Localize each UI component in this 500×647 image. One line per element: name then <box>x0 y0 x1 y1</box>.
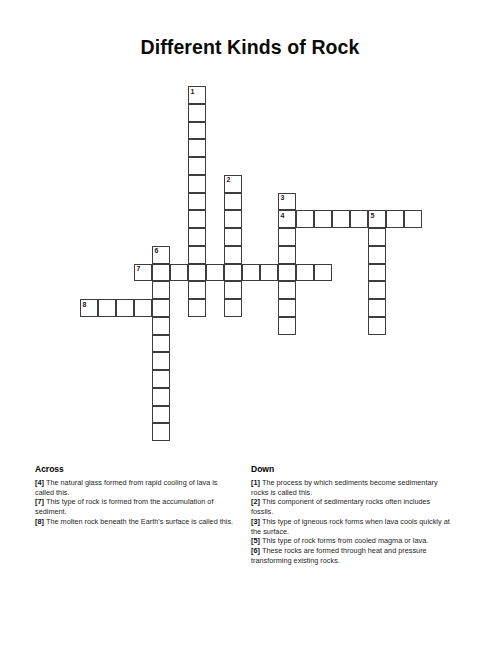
grid-cell[interactable] <box>260 264 278 282</box>
grid-cell[interactable] <box>368 281 386 299</box>
grid-cell[interactable] <box>188 299 206 317</box>
clue-item: [2] This component of sedimentary rocks … <box>251 497 473 516</box>
grid-cell[interactable] <box>314 264 332 282</box>
grid-cell[interactable] <box>152 299 170 317</box>
grid-cell[interactable] <box>368 317 386 335</box>
grid-cell[interactable] <box>278 317 296 335</box>
grid-cell[interactable] <box>188 210 206 228</box>
grid-cell[interactable]: 8 <box>80 299 98 317</box>
grid-cell[interactable]: 2 <box>224 175 242 193</box>
page: Different Kinds of Rock 12345678 Across … <box>0 0 500 647</box>
grid-cell[interactable] <box>98 299 116 317</box>
clue-item-number: [8] <box>35 517 46 526</box>
grid-cell[interactable] <box>152 281 170 299</box>
clue-item: [4] The natural glass formed from rapid … <box>35 478 247 497</box>
across-header: Across <box>35 464 247 474</box>
grid-cell[interactable] <box>188 157 206 175</box>
down-clues: Down [1] The process by which sediments … <box>251 464 473 565</box>
grid-cell[interactable] <box>188 264 206 282</box>
grid-cell[interactable] <box>152 352 170 370</box>
grid-cell[interactable] <box>152 264 170 282</box>
grid-cell[interactable] <box>224 246 242 264</box>
clue-number: 1 <box>191 88 195 95</box>
grid-cell[interactable] <box>206 264 224 282</box>
grid-cell[interactable] <box>152 335 170 353</box>
grid-cell[interactable] <box>152 406 170 424</box>
grid-cell[interactable] <box>350 210 368 228</box>
grid-cell[interactable] <box>242 264 260 282</box>
grid-cell[interactable] <box>224 299 242 317</box>
grid-cell[interactable] <box>332 210 350 228</box>
grid-cell[interactable] <box>404 210 422 228</box>
grid-cell[interactable] <box>368 264 386 282</box>
grid-cell[interactable] <box>152 388 170 406</box>
grid-cell[interactable] <box>188 104 206 122</box>
grid-cell[interactable] <box>188 122 206 140</box>
grid-cell[interactable] <box>188 246 206 264</box>
clue-number: 2 <box>227 176 231 183</box>
clue-item-number: [3] <box>251 517 262 526</box>
grid-cell[interactable] <box>224 193 242 211</box>
clue-item-number: [1] <box>251 478 262 487</box>
grid-cell[interactable] <box>296 264 314 282</box>
clue-item-number: [6] <box>251 546 262 555</box>
grid-cell[interactable] <box>224 210 242 228</box>
grid-cell[interactable] <box>188 175 206 193</box>
grid-cell[interactable] <box>152 317 170 335</box>
grid-cell[interactable] <box>188 139 206 157</box>
grid-cell[interactable]: 1 <box>188 86 206 104</box>
page-title: Different Kinds of Rock <box>0 36 500 59</box>
grid-cell[interactable] <box>116 299 134 317</box>
down-header: Down <box>251 464 473 474</box>
crossword-grid: 12345678 <box>80 86 422 441</box>
grid-cell[interactable] <box>368 246 386 264</box>
down-list: [1] The process by which sediments becom… <box>251 478 473 565</box>
grid-cell[interactable]: 5 <box>368 210 386 228</box>
clue-item: [1] The process by which sediments becom… <box>251 478 473 497</box>
clue-number: 6 <box>155 247 159 254</box>
grid-cell[interactable] <box>134 299 152 317</box>
clue-item-number: [7] <box>35 497 46 506</box>
grid-cell[interactable] <box>296 210 314 228</box>
grid-cell[interactable]: 7 <box>134 264 152 282</box>
grid-cell[interactable] <box>368 299 386 317</box>
grid-cell[interactable] <box>278 299 296 317</box>
clue-item: [6] These rocks are formed through heat … <box>251 546 473 565</box>
clue-item: [7] This type of rock is formed from the… <box>35 497 247 516</box>
clue-number: 3 <box>281 194 285 201</box>
grid-cell[interactable]: 4 <box>278 210 296 228</box>
grid-cell[interactable]: 6 <box>152 246 170 264</box>
grid-cell[interactable]: 3 <box>278 193 296 211</box>
grid-cell[interactable] <box>278 228 296 246</box>
clue-item-number: [5] <box>251 536 262 545</box>
grid-cell[interactable] <box>170 264 188 282</box>
grid-cell[interactable] <box>224 281 242 299</box>
grid-cell[interactable] <box>152 370 170 388</box>
clue-item: [5] This type of rock forms from cooled … <box>251 536 473 546</box>
grid-cell[interactable] <box>224 264 242 282</box>
clue-item-number: [4] <box>35 478 46 487</box>
grid-cell[interactable] <box>314 210 332 228</box>
grid-cell[interactable] <box>278 264 296 282</box>
clue-number: 8 <box>83 301 87 308</box>
clue-item: [3] This type of igneous rock forms when… <box>251 517 473 536</box>
grid-cell[interactable] <box>368 228 386 246</box>
clue-number: 4 <box>281 212 285 219</box>
across-list: [4] The natural glass formed from rapid … <box>35 478 247 527</box>
clue-item-number: [2] <box>251 497 262 506</box>
across-clues: Across [4] The natural glass formed from… <box>35 464 247 527</box>
clue-item: [8] The molten rock beneath the Earth's … <box>35 517 247 527</box>
clue-number: 5 <box>371 212 375 219</box>
grid-cell[interactable] <box>278 246 296 264</box>
clue-number: 7 <box>137 265 141 272</box>
grid-cell[interactable] <box>188 281 206 299</box>
grid-cell[interactable] <box>386 210 404 228</box>
grid-cell[interactable] <box>152 423 170 441</box>
grid-cell[interactable] <box>188 193 206 211</box>
grid-cell[interactable] <box>224 228 242 246</box>
grid-cell[interactable] <box>188 228 206 246</box>
grid-cell[interactable] <box>278 281 296 299</box>
